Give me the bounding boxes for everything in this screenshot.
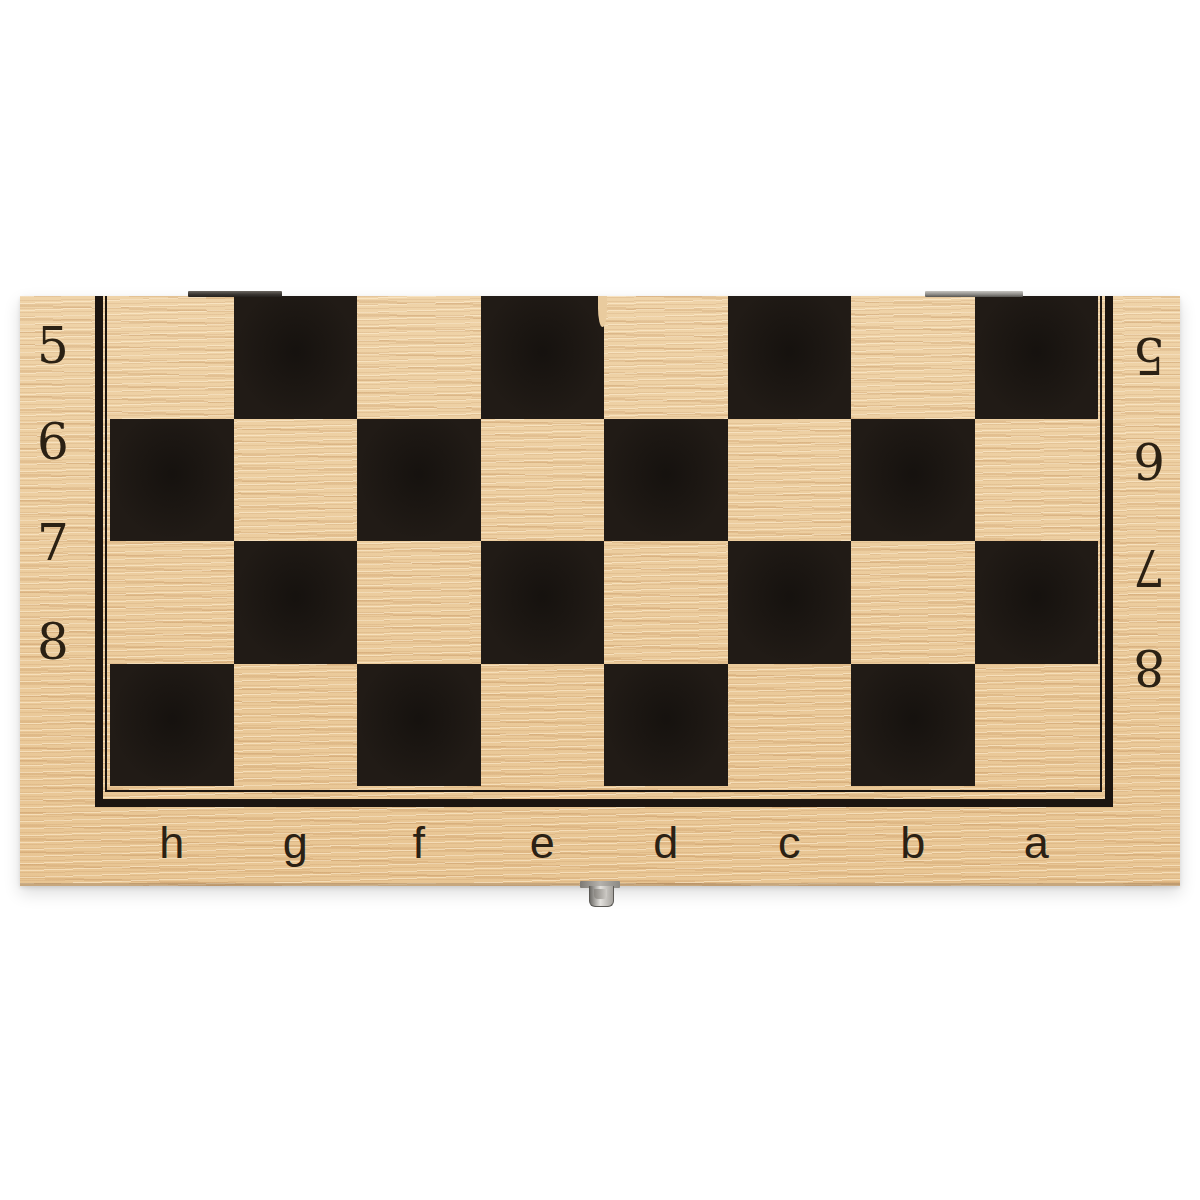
square-f6 [357,419,481,542]
square-a6 [975,419,1099,542]
square-c7 [728,541,852,664]
square-c6 [728,419,852,542]
file-label-d: d [653,818,678,868]
rank-label-right-7: 7 [1127,542,1171,592]
file-label-a: a [1024,818,1049,868]
square-h5 [110,296,234,419]
square-g6 [234,419,358,542]
square-h6 [110,419,234,542]
square-c8 [728,664,852,787]
square-e7 [481,541,605,664]
rank-label-right-5: 5 [1127,330,1171,380]
file-label-b: b [900,818,925,868]
square-d5 [604,296,728,419]
square-e5 [481,296,605,419]
square-a7 [975,541,1099,664]
square-b7 [851,541,975,664]
metal-hinge-left-icon [188,291,282,297]
square-c5 [728,296,852,419]
square-g8 [234,664,358,787]
square-h8 [110,664,234,787]
square-b5 [851,296,975,419]
square-g7 [234,541,358,664]
square-e6 [481,419,605,542]
square-b6 [851,419,975,542]
file-label-c: c [778,818,801,868]
square-f7 [357,541,481,664]
file-label-f: f [412,818,425,868]
chess-box: 5678 5678 hgfedcba [20,296,1180,886]
square-d6 [604,419,728,542]
file-label-e: e [530,818,555,868]
metal-clasp-icon [589,886,614,907]
square-a5 [975,296,1099,419]
rank-label-right-8: 8 [1127,642,1171,692]
rank-label-left-8: 8 [31,617,75,667]
square-d8 [604,664,728,787]
file-label-g: g [283,818,308,868]
file-label-h: h [159,818,184,868]
square-h7 [110,541,234,664]
rank-label-left-6: 6 [31,417,75,467]
metal-hinge-right-icon [925,291,1023,297]
square-a8 [975,664,1099,787]
square-e8 [481,664,605,787]
board-grid [110,296,1098,786]
product-photo: 5678 5678 hgfedcba [0,0,1200,1200]
rank-label-right-6: 6 [1127,435,1171,485]
rank-label-left-5: 5 [31,321,75,371]
square-g5 [234,296,358,419]
square-f5 [357,296,481,419]
rank-label-left-7: 7 [31,518,75,568]
square-f8 [357,664,481,787]
square-d7 [604,541,728,664]
square-b8 [851,664,975,787]
